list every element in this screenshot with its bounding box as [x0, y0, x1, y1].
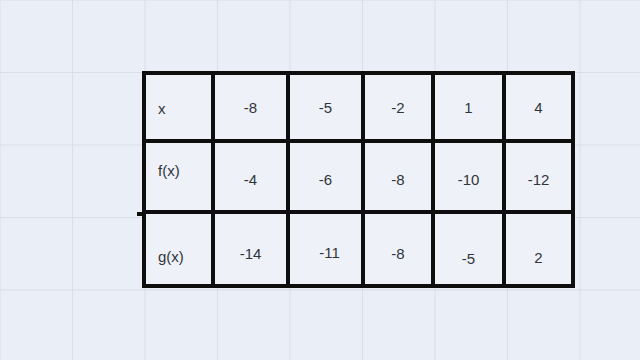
row-header-x: x: [146, 75, 211, 139]
cell-fx-3: -10: [435, 143, 502, 210]
cell-x-4: 4: [506, 75, 571, 139]
row-header-gx-text: g(x): [158, 248, 184, 265]
cell-fx-0: -4: [215, 143, 286, 210]
cell-x-0: -8: [215, 75, 286, 139]
row-header-x-text: x: [158, 100, 166, 117]
cell-gx-1: -11: [290, 214, 361, 284]
cell-x-0-text: -8: [244, 99, 257, 116]
cell-fx-1-text: -6: [319, 171, 332, 188]
cell-gx-0-text: -14: [240, 245, 262, 262]
cell-gx-2: -8: [365, 214, 431, 284]
cell-gx-3: -5: [435, 214, 502, 284]
cell-gx-4: 2: [506, 214, 571, 284]
row-header-fx: f(x): [146, 143, 211, 210]
cell-x-2-text: -2: [391, 99, 404, 116]
cell-fx-4-text: -12: [528, 171, 550, 188]
cell-fx-1: -6: [290, 143, 361, 210]
cell-gx-4-text: 2: [534, 249, 542, 266]
cell-x-3: 1: [435, 75, 502, 139]
cell-gx-3-text: -5: [462, 250, 475, 267]
cell-gx-0: -14: [215, 214, 286, 284]
cell-fx-0-text: -4: [244, 171, 257, 188]
row-header-fx-text: f(x): [158, 162, 180, 179]
cell-fx-3-text: -10: [458, 171, 480, 188]
row-header-gx: g(x): [146, 214, 211, 284]
cell-x-1-text: -5: [319, 99, 332, 116]
stray-border-stroke: [137, 212, 144, 216]
cell-fx-2: -8: [365, 143, 431, 210]
cell-x-3-text: 1: [464, 99, 472, 116]
cell-gx-1-text: -11: [319, 244, 340, 261]
cell-x-2: -2: [365, 75, 431, 139]
function-value-table: x -8 -5 -2 1 4 f(x) -4 -6 -8 -10 -12 g(x…: [142, 71, 575, 288]
cell-x-1: -5: [290, 75, 361, 139]
cell-gx-2-text: -8: [391, 245, 404, 262]
cell-fx-2-text: -8: [391, 171, 404, 188]
cell-fx-4: -12: [506, 143, 571, 210]
cell-x-4-text: 4: [534, 99, 542, 116]
